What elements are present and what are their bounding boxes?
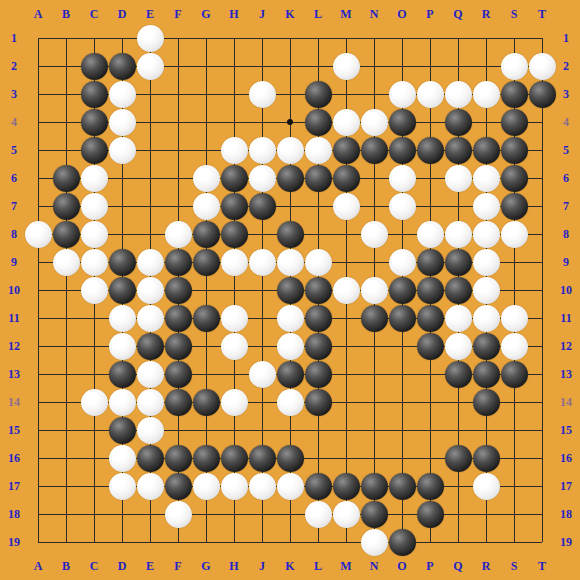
intersection-G13[interactable] [192, 360, 220, 388]
intersection-E17[interactable] [136, 472, 164, 500]
intersection-B18[interactable] [52, 500, 80, 528]
intersection-E15[interactable] [136, 416, 164, 444]
intersection-C17[interactable] [80, 472, 108, 500]
intersection-Q16[interactable] [444, 444, 472, 472]
intersection-Q12[interactable] [444, 332, 472, 360]
intersection-J14[interactable] [248, 388, 276, 416]
intersection-E8[interactable] [136, 220, 164, 248]
intersection-N6[interactable] [360, 164, 388, 192]
intersection-D10[interactable] [108, 276, 136, 304]
intersection-E10[interactable] [136, 276, 164, 304]
intersection-A12[interactable] [24, 332, 52, 360]
intersection-D19[interactable] [108, 528, 136, 556]
intersection-O13[interactable] [388, 360, 416, 388]
intersection-G2[interactable] [192, 52, 220, 80]
intersection-A8[interactable] [24, 220, 52, 248]
intersection-S8[interactable] [500, 220, 528, 248]
intersection-N17[interactable] [360, 472, 388, 500]
intersection-B10[interactable] [52, 276, 80, 304]
intersection-O17[interactable] [388, 472, 416, 500]
intersection-A16[interactable] [24, 444, 52, 472]
intersection-E4[interactable] [136, 108, 164, 136]
intersection-H15[interactable] [220, 416, 248, 444]
intersection-M17[interactable] [332, 472, 360, 500]
intersection-H19[interactable] [220, 528, 248, 556]
intersection-L11[interactable] [304, 304, 332, 332]
intersection-K7[interactable] [276, 192, 304, 220]
intersection-N10[interactable] [360, 276, 388, 304]
intersection-Q8[interactable] [444, 220, 472, 248]
intersection-C19[interactable] [80, 528, 108, 556]
intersection-P15[interactable] [416, 416, 444, 444]
intersection-P9[interactable] [416, 248, 444, 276]
intersection-K4[interactable] [276, 108, 304, 136]
intersection-R14[interactable] [472, 388, 500, 416]
intersection-J18[interactable] [248, 500, 276, 528]
intersection-C12[interactable] [80, 332, 108, 360]
intersection-P8[interactable] [416, 220, 444, 248]
intersection-H8[interactable] [220, 220, 248, 248]
intersection-B8[interactable] [52, 220, 80, 248]
intersection-D5[interactable] [108, 136, 136, 164]
intersection-G8[interactable] [192, 220, 220, 248]
intersection-M3[interactable] [332, 80, 360, 108]
intersection-E3[interactable] [136, 80, 164, 108]
intersection-Q9[interactable] [444, 248, 472, 276]
intersection-T16[interactable] [528, 444, 556, 472]
intersection-H17[interactable] [220, 472, 248, 500]
intersection-M4[interactable] [332, 108, 360, 136]
intersection-R12[interactable] [472, 332, 500, 360]
intersection-D12[interactable] [108, 332, 136, 360]
intersection-H12[interactable] [220, 332, 248, 360]
intersection-C10[interactable] [80, 276, 108, 304]
intersection-A10[interactable] [24, 276, 52, 304]
intersection-D8[interactable] [108, 220, 136, 248]
intersection-R6[interactable] [472, 164, 500, 192]
intersection-D15[interactable] [108, 416, 136, 444]
intersection-M16[interactable] [332, 444, 360, 472]
intersection-D3[interactable] [108, 80, 136, 108]
intersection-K3[interactable] [276, 80, 304, 108]
intersection-T17[interactable] [528, 472, 556, 500]
intersection-E7[interactable] [136, 192, 164, 220]
intersection-R18[interactable] [472, 500, 500, 528]
intersection-D6[interactable] [108, 164, 136, 192]
intersection-L18[interactable] [304, 500, 332, 528]
intersection-C3[interactable] [80, 80, 108, 108]
intersection-A1[interactable] [24, 24, 52, 52]
intersection-C14[interactable] [80, 388, 108, 416]
intersection-T10[interactable] [528, 276, 556, 304]
intersection-L9[interactable] [304, 248, 332, 276]
intersection-O5[interactable] [388, 136, 416, 164]
intersection-H16[interactable] [220, 444, 248, 472]
intersection-T15[interactable] [528, 416, 556, 444]
intersection-S2[interactable] [500, 52, 528, 80]
intersection-K1[interactable] [276, 24, 304, 52]
intersection-M12[interactable] [332, 332, 360, 360]
intersection-R9[interactable] [472, 248, 500, 276]
intersection-O2[interactable] [388, 52, 416, 80]
intersection-J13[interactable] [248, 360, 276, 388]
intersection-A17[interactable] [24, 472, 52, 500]
intersection-K9[interactable] [276, 248, 304, 276]
intersection-D4[interactable] [108, 108, 136, 136]
intersection-K12[interactable] [276, 332, 304, 360]
intersection-O16[interactable] [388, 444, 416, 472]
intersection-O3[interactable] [388, 80, 416, 108]
intersection-C7[interactable] [80, 192, 108, 220]
intersection-N9[interactable] [360, 248, 388, 276]
intersection-M7[interactable] [332, 192, 360, 220]
intersection-R11[interactable] [472, 304, 500, 332]
intersection-H2[interactable] [220, 52, 248, 80]
intersection-P3[interactable] [416, 80, 444, 108]
intersection-S11[interactable] [500, 304, 528, 332]
intersection-M10[interactable] [332, 276, 360, 304]
intersection-H5[interactable] [220, 136, 248, 164]
intersection-A13[interactable] [24, 360, 52, 388]
intersection-A9[interactable] [24, 248, 52, 276]
intersection-K17[interactable] [276, 472, 304, 500]
intersection-D14[interactable] [108, 388, 136, 416]
intersection-E6[interactable] [136, 164, 164, 192]
intersection-B17[interactable] [52, 472, 80, 500]
intersection-A19[interactable] [24, 528, 52, 556]
intersection-L1[interactable] [304, 24, 332, 52]
intersection-B2[interactable] [52, 52, 80, 80]
intersection-B19[interactable] [52, 528, 80, 556]
intersection-O6[interactable] [388, 164, 416, 192]
intersection-G3[interactable] [192, 80, 220, 108]
intersection-O19[interactable] [388, 528, 416, 556]
intersection-H3[interactable] [220, 80, 248, 108]
intersection-J6[interactable] [248, 164, 276, 192]
intersection-G7[interactable] [192, 192, 220, 220]
intersection-P6[interactable] [416, 164, 444, 192]
intersection-Q14[interactable] [444, 388, 472, 416]
intersection-N13[interactable] [360, 360, 388, 388]
intersection-E16[interactable] [136, 444, 164, 472]
intersection-T11[interactable] [528, 304, 556, 332]
intersection-B1[interactable] [52, 24, 80, 52]
intersection-H18[interactable] [220, 500, 248, 528]
intersection-O12[interactable] [388, 332, 416, 360]
intersection-G5[interactable] [192, 136, 220, 164]
intersection-C1[interactable] [80, 24, 108, 52]
intersection-D7[interactable] [108, 192, 136, 220]
intersection-F2[interactable] [164, 52, 192, 80]
intersection-C9[interactable] [80, 248, 108, 276]
intersection-G14[interactable] [192, 388, 220, 416]
intersection-N5[interactable] [360, 136, 388, 164]
intersection-S9[interactable] [500, 248, 528, 276]
intersection-F6[interactable] [164, 164, 192, 192]
intersection-Q13[interactable] [444, 360, 472, 388]
intersection-P1[interactable] [416, 24, 444, 52]
intersection-T19[interactable] [528, 528, 556, 556]
intersection-B12[interactable] [52, 332, 80, 360]
intersection-G1[interactable] [192, 24, 220, 52]
intersection-J8[interactable] [248, 220, 276, 248]
intersection-F14[interactable] [164, 388, 192, 416]
intersection-M15[interactable] [332, 416, 360, 444]
intersection-T2[interactable] [528, 52, 556, 80]
intersection-T6[interactable] [528, 164, 556, 192]
intersection-B16[interactable] [52, 444, 80, 472]
intersection-H1[interactable] [220, 24, 248, 52]
intersection-M8[interactable] [332, 220, 360, 248]
intersection-K15[interactable] [276, 416, 304, 444]
intersection-Q4[interactable] [444, 108, 472, 136]
intersection-F18[interactable] [164, 500, 192, 528]
intersection-L3[interactable] [304, 80, 332, 108]
intersection-S3[interactable] [500, 80, 528, 108]
intersection-S17[interactable] [500, 472, 528, 500]
intersection-H9[interactable] [220, 248, 248, 276]
intersection-R1[interactable] [472, 24, 500, 52]
intersection-P5[interactable] [416, 136, 444, 164]
intersection-M18[interactable] [332, 500, 360, 528]
intersection-G16[interactable] [192, 444, 220, 472]
intersection-N15[interactable] [360, 416, 388, 444]
intersection-C11[interactable] [80, 304, 108, 332]
intersection-A15[interactable] [24, 416, 52, 444]
intersection-J2[interactable] [248, 52, 276, 80]
intersection-O14[interactable] [388, 388, 416, 416]
intersection-L8[interactable] [304, 220, 332, 248]
intersection-G4[interactable] [192, 108, 220, 136]
intersection-K18[interactable] [276, 500, 304, 528]
intersection-M11[interactable] [332, 304, 360, 332]
intersection-F11[interactable] [164, 304, 192, 332]
intersection-P13[interactable] [416, 360, 444, 388]
intersection-J19[interactable] [248, 528, 276, 556]
intersection-B6[interactable] [52, 164, 80, 192]
intersection-J3[interactable] [248, 80, 276, 108]
intersection-J15[interactable] [248, 416, 276, 444]
intersection-P19[interactable] [416, 528, 444, 556]
intersection-J9[interactable] [248, 248, 276, 276]
intersection-F4[interactable] [164, 108, 192, 136]
intersection-D18[interactable] [108, 500, 136, 528]
intersection-F17[interactable] [164, 472, 192, 500]
intersection-J5[interactable] [248, 136, 276, 164]
intersection-A7[interactable] [24, 192, 52, 220]
intersection-C18[interactable] [80, 500, 108, 528]
intersection-F1[interactable] [164, 24, 192, 52]
intersection-J17[interactable] [248, 472, 276, 500]
intersection-O18[interactable] [388, 500, 416, 528]
intersection-P7[interactable] [416, 192, 444, 220]
intersection-O8[interactable] [388, 220, 416, 248]
intersection-T3[interactable] [528, 80, 556, 108]
intersection-L2[interactable] [304, 52, 332, 80]
intersection-L19[interactable] [304, 528, 332, 556]
intersection-P14[interactable] [416, 388, 444, 416]
intersection-S10[interactable] [500, 276, 528, 304]
intersection-J16[interactable] [248, 444, 276, 472]
intersection-T8[interactable] [528, 220, 556, 248]
intersection-C5[interactable] [80, 136, 108, 164]
intersection-G9[interactable] [192, 248, 220, 276]
intersection-F12[interactable] [164, 332, 192, 360]
intersection-O10[interactable] [388, 276, 416, 304]
intersection-R4[interactable] [472, 108, 500, 136]
intersection-P4[interactable] [416, 108, 444, 136]
intersection-O1[interactable] [388, 24, 416, 52]
intersection-C6[interactable] [80, 164, 108, 192]
intersection-P10[interactable] [416, 276, 444, 304]
intersection-R2[interactable] [472, 52, 500, 80]
intersection-J4[interactable] [248, 108, 276, 136]
intersection-Q7[interactable] [444, 192, 472, 220]
intersection-Q18[interactable] [444, 500, 472, 528]
intersection-S13[interactable] [500, 360, 528, 388]
intersection-O7[interactable] [388, 192, 416, 220]
intersection-H10[interactable] [220, 276, 248, 304]
intersection-E5[interactable] [136, 136, 164, 164]
intersection-Q19[interactable] [444, 528, 472, 556]
intersection-P17[interactable] [416, 472, 444, 500]
intersection-B15[interactable] [52, 416, 80, 444]
intersection-Q11[interactable] [444, 304, 472, 332]
intersection-N18[interactable] [360, 500, 388, 528]
intersection-J7[interactable] [248, 192, 276, 220]
intersection-O4[interactable] [388, 108, 416, 136]
intersection-N8[interactable] [360, 220, 388, 248]
intersection-P18[interactable] [416, 500, 444, 528]
intersection-E14[interactable] [136, 388, 164, 416]
intersection-D1[interactable] [108, 24, 136, 52]
intersection-N19[interactable] [360, 528, 388, 556]
intersection-S7[interactable] [500, 192, 528, 220]
intersection-L14[interactable] [304, 388, 332, 416]
intersection-S5[interactable] [500, 136, 528, 164]
intersection-B4[interactable] [52, 108, 80, 136]
intersection-L16[interactable] [304, 444, 332, 472]
intersection-C16[interactable] [80, 444, 108, 472]
intersection-B13[interactable] [52, 360, 80, 388]
intersection-M2[interactable] [332, 52, 360, 80]
intersection-J11[interactable] [248, 304, 276, 332]
intersection-F3[interactable] [164, 80, 192, 108]
intersection-R13[interactable] [472, 360, 500, 388]
intersection-M5[interactable] [332, 136, 360, 164]
intersection-L13[interactable] [304, 360, 332, 388]
intersection-A4[interactable] [24, 108, 52, 136]
intersection-N16[interactable] [360, 444, 388, 472]
intersection-K6[interactable] [276, 164, 304, 192]
intersection-T4[interactable] [528, 108, 556, 136]
intersection-L4[interactable] [304, 108, 332, 136]
intersection-G12[interactable] [192, 332, 220, 360]
intersection-M14[interactable] [332, 388, 360, 416]
intersection-T18[interactable] [528, 500, 556, 528]
intersection-A11[interactable] [24, 304, 52, 332]
intersection-N14[interactable] [360, 388, 388, 416]
intersection-H14[interactable] [220, 388, 248, 416]
intersection-G11[interactable] [192, 304, 220, 332]
intersection-R10[interactable] [472, 276, 500, 304]
intersection-S1[interactable] [500, 24, 528, 52]
intersection-F10[interactable] [164, 276, 192, 304]
intersection-F5[interactable] [164, 136, 192, 164]
intersection-A2[interactable] [24, 52, 52, 80]
intersection-R19[interactable] [472, 528, 500, 556]
intersection-H6[interactable] [220, 164, 248, 192]
intersection-S16[interactable] [500, 444, 528, 472]
intersection-L7[interactable] [304, 192, 332, 220]
intersection-S15[interactable] [500, 416, 528, 444]
intersection-F9[interactable] [164, 248, 192, 276]
intersection-R8[interactable] [472, 220, 500, 248]
intersection-O15[interactable] [388, 416, 416, 444]
intersection-P16[interactable] [416, 444, 444, 472]
intersection-S12[interactable] [500, 332, 528, 360]
intersection-E9[interactable] [136, 248, 164, 276]
intersection-C8[interactable] [80, 220, 108, 248]
intersection-G18[interactable] [192, 500, 220, 528]
intersection-P11[interactable] [416, 304, 444, 332]
intersection-N11[interactable] [360, 304, 388, 332]
intersection-F15[interactable] [164, 416, 192, 444]
intersection-F19[interactable] [164, 528, 192, 556]
intersection-B5[interactable] [52, 136, 80, 164]
intersection-R5[interactable] [472, 136, 500, 164]
intersection-L6[interactable] [304, 164, 332, 192]
intersection-F8[interactable] [164, 220, 192, 248]
intersection-G10[interactable] [192, 276, 220, 304]
intersection-N2[interactable] [360, 52, 388, 80]
intersection-Q2[interactable] [444, 52, 472, 80]
intersection-R15[interactable] [472, 416, 500, 444]
intersection-E12[interactable] [136, 332, 164, 360]
intersection-R16[interactable] [472, 444, 500, 472]
intersection-K16[interactable] [276, 444, 304, 472]
intersection-K13[interactable] [276, 360, 304, 388]
intersection-K5[interactable] [276, 136, 304, 164]
intersection-J10[interactable] [248, 276, 276, 304]
intersection-T13[interactable] [528, 360, 556, 388]
intersection-T1[interactable] [528, 24, 556, 52]
intersection-M19[interactable] [332, 528, 360, 556]
intersection-S19[interactable] [500, 528, 528, 556]
intersection-S6[interactable] [500, 164, 528, 192]
intersection-D13[interactable] [108, 360, 136, 388]
intersection-C15[interactable] [80, 416, 108, 444]
intersection-F7[interactable] [164, 192, 192, 220]
intersection-H4[interactable] [220, 108, 248, 136]
intersection-S4[interactable] [500, 108, 528, 136]
intersection-T7[interactable] [528, 192, 556, 220]
intersection-B14[interactable] [52, 388, 80, 416]
intersection-G6[interactable] [192, 164, 220, 192]
intersection-Q10[interactable] [444, 276, 472, 304]
intersection-E18[interactable] [136, 500, 164, 528]
intersection-M6[interactable] [332, 164, 360, 192]
intersection-S18[interactable] [500, 500, 528, 528]
intersection-B7[interactable] [52, 192, 80, 220]
intersection-C2[interactable] [80, 52, 108, 80]
intersection-N4[interactable] [360, 108, 388, 136]
intersection-L12[interactable] [304, 332, 332, 360]
intersection-D17[interactable] [108, 472, 136, 500]
intersection-K10[interactable] [276, 276, 304, 304]
intersection-Q5[interactable] [444, 136, 472, 164]
intersection-G15[interactable] [192, 416, 220, 444]
